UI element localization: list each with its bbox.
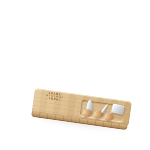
product-photo-stage	[0, 0, 150, 150]
knife-tray-recess	[80, 99, 126, 121]
cheese-spade-handle	[102, 111, 113, 122]
cheese-spade-blade	[111, 104, 125, 115]
engraved-logo	[46, 92, 65, 101]
cheese-fork-handle	[91, 109, 102, 120]
engraved-logo-line	[49, 97, 60, 100]
cheese-board	[31, 88, 132, 131]
